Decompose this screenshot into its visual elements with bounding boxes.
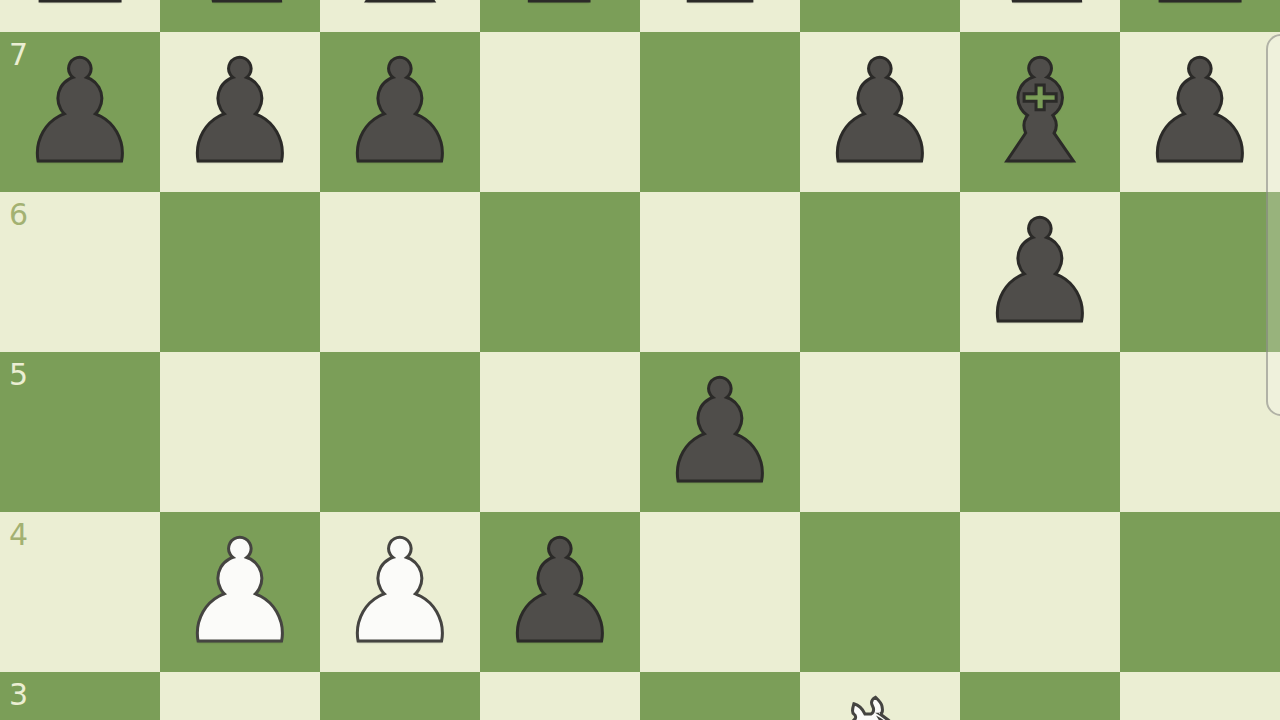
black-pawn[interactable]: ♟ bbox=[480, 512, 640, 672]
square-a6[interactable]: 6 bbox=[0, 192, 160, 352]
white-pawn[interactable]: ♟ bbox=[160, 512, 320, 672]
square-e5[interactable]: ♟ bbox=[640, 352, 800, 512]
square-f5[interactable] bbox=[800, 352, 960, 512]
square-d5[interactable] bbox=[480, 352, 640, 512]
black-pawn[interactable]: ♟ bbox=[160, 32, 320, 192]
square-a3[interactable]: 3 bbox=[0, 672, 160, 720]
black-pawn[interactable]: ♟ bbox=[640, 352, 800, 512]
square-f3[interactable]: ♞ bbox=[800, 672, 960, 720]
square-a4[interactable]: 4 bbox=[0, 512, 160, 672]
square-a7[interactable]: 7♟ bbox=[0, 32, 160, 192]
square-e8[interactable]: ♚ bbox=[640, 0, 800, 32]
square-f7[interactable]: ♟ bbox=[800, 32, 960, 192]
square-g6[interactable]: ♟ bbox=[960, 192, 1120, 352]
scrollbar-thumb[interactable] bbox=[1266, 34, 1280, 416]
square-g3[interactable] bbox=[960, 672, 1120, 720]
black-queen[interactable]: ♛ bbox=[480, 0, 640, 32]
square-h8[interactable]: ♜ bbox=[1120, 0, 1280, 32]
square-b3[interactable] bbox=[160, 672, 320, 720]
square-f4[interactable] bbox=[800, 512, 960, 672]
square-b4[interactable]: ♟ bbox=[160, 512, 320, 672]
square-e6[interactable] bbox=[640, 192, 800, 352]
chess-board: 8♜♞♝♛♚♞♜7♟♟♟♟♝♟6♟5♟4♟♟♟3♞21 bbox=[0, 0, 1280, 720]
square-g7[interactable]: ♝ bbox=[960, 32, 1120, 192]
black-pawn[interactable]: ♟ bbox=[800, 32, 960, 192]
black-pawn[interactable]: ♟ bbox=[960, 192, 1120, 352]
rank-label-5: 5 bbox=[9, 360, 28, 390]
square-b6[interactable] bbox=[160, 192, 320, 352]
square-g4[interactable] bbox=[960, 512, 1120, 672]
black-knight[interactable]: ♞ bbox=[160, 0, 320, 32]
square-d8[interactable]: ♛ bbox=[480, 0, 640, 32]
rank-label-6: 6 bbox=[9, 200, 28, 230]
square-d6[interactable] bbox=[480, 192, 640, 352]
black-rook[interactable]: ♜ bbox=[0, 0, 160, 32]
square-c8[interactable]: ♝ bbox=[320, 0, 480, 32]
black-bishop[interactable]: ♝ bbox=[960, 32, 1120, 192]
square-e4[interactable] bbox=[640, 512, 800, 672]
black-pawn[interactable]: ♟ bbox=[1120, 32, 1280, 192]
square-b7[interactable]: ♟ bbox=[160, 32, 320, 192]
square-c7[interactable]: ♟ bbox=[320, 32, 480, 192]
rank-label-4: 4 bbox=[9, 520, 28, 550]
square-f8[interactable] bbox=[800, 0, 960, 32]
square-d7[interactable] bbox=[480, 32, 640, 192]
square-e7[interactable] bbox=[640, 32, 800, 192]
black-king[interactable]: ♚ bbox=[640, 0, 800, 32]
square-g5[interactable] bbox=[960, 352, 1120, 512]
square-f6[interactable] bbox=[800, 192, 960, 352]
square-b8[interactable]: ♞ bbox=[160, 0, 320, 32]
black-pawn[interactable]: ♟ bbox=[0, 32, 160, 192]
square-h5[interactable] bbox=[1120, 352, 1280, 512]
square-c3[interactable] bbox=[320, 672, 480, 720]
black-knight[interactable]: ♞ bbox=[960, 0, 1120, 32]
square-g8[interactable]: ♞ bbox=[960, 0, 1120, 32]
square-h4[interactable] bbox=[1120, 512, 1280, 672]
square-h6[interactable] bbox=[1120, 192, 1280, 352]
white-knight[interactable]: ♞ bbox=[800, 672, 960, 720]
square-c5[interactable] bbox=[320, 352, 480, 512]
white-pawn[interactable]: ♟ bbox=[320, 512, 480, 672]
rank-label-3: 3 bbox=[9, 680, 28, 710]
square-c4[interactable]: ♟ bbox=[320, 512, 480, 672]
square-a8[interactable]: 8♜ bbox=[0, 0, 160, 32]
square-h3[interactable] bbox=[1120, 672, 1280, 720]
square-b5[interactable] bbox=[160, 352, 320, 512]
square-a5[interactable]: 5 bbox=[0, 352, 160, 512]
black-pawn[interactable]: ♟ bbox=[320, 32, 480, 192]
black-rook[interactable]: ♜ bbox=[1120, 0, 1280, 32]
black-bishop[interactable]: ♝ bbox=[320, 0, 480, 32]
square-c6[interactable] bbox=[320, 192, 480, 352]
square-e3[interactable] bbox=[640, 672, 800, 720]
square-h7[interactable]: ♟ bbox=[1120, 32, 1280, 192]
square-d3[interactable] bbox=[480, 672, 640, 720]
square-d4[interactable]: ♟ bbox=[480, 512, 640, 672]
